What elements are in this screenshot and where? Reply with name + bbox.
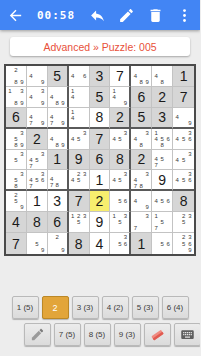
cell-r6c3[interactable]: 478 bbox=[48, 170, 69, 191]
digit-button-5[interactable]: 5 (3) bbox=[132, 296, 159, 319]
cell-r5c4[interactable]: 9 bbox=[69, 150, 90, 171]
sudoku-app: 00:58 Advanced » Puzzle: 005 28949546374… bbox=[0, 0, 200, 356]
toolbar-actions bbox=[89, 7, 193, 24]
pencil-marks-r6c2: 34567 bbox=[27, 170, 47, 189]
cell-r7c8[interactable]: 456 bbox=[152, 191, 173, 212]
back-arrow-icon[interactable] bbox=[7, 7, 24, 24]
pencil-marks-r9c3: 29 bbox=[48, 233, 67, 254]
cell-r8c7[interactable]: 37 bbox=[131, 212, 152, 233]
cell-r9c7[interactable]: 1 bbox=[131, 233, 152, 254]
cell-r4c8[interactable]: 14568 bbox=[152, 129, 173, 150]
cell-r4c3[interactable]: 489 bbox=[48, 129, 69, 150]
cell-r3c7[interactable]: 5 bbox=[131, 108, 152, 129]
cell-r9c6[interactable]: 356 bbox=[110, 233, 131, 254]
cell-r3c9[interactable]: 49 bbox=[173, 108, 194, 129]
kebab-menu-icon[interactable] bbox=[176, 7, 193, 24]
cell-r1c8[interactable]: 48 bbox=[152, 66, 173, 87]
cell-r4c9[interactable]: 3456 bbox=[173, 129, 194, 150]
cell-r1c1[interactable]: 289 bbox=[6, 66, 27, 87]
pencil-marks-r6c6: 345 bbox=[110, 170, 129, 189]
pencil-marks-r9c8: 56 bbox=[152, 233, 172, 254]
cell-r5c3[interactable]: 1 bbox=[48, 150, 69, 171]
cell-r9c2[interactable]: 59 bbox=[27, 233, 48, 254]
cell-r5c2[interactable]: 3457 bbox=[27, 150, 48, 171]
pencil-icon[interactable] bbox=[118, 7, 135, 24]
cell-r3c5[interactable]: 8 bbox=[90, 108, 111, 129]
cell-r4c5[interactable]: 7 bbox=[90, 129, 111, 150]
cell-r3c4[interactable]: 14 bbox=[69, 108, 90, 129]
pencil-marks-r1c7: 489 bbox=[131, 66, 151, 86]
cell-r7c3[interactable]: 3 bbox=[48, 191, 69, 212]
cell-r7c2[interactable]: 1 bbox=[27, 191, 48, 212]
pencil-marks-r8c4: 1235 bbox=[69, 212, 89, 232]
cell-r2c3[interactable]: 489 bbox=[48, 87, 69, 108]
digit-button-8[interactable]: 8 (5) bbox=[84, 323, 111, 346]
pencil-marks-r9c9: 23569 bbox=[173, 233, 194, 254]
pencil-marks-r5c9: 345 bbox=[173, 150, 194, 170]
pencil-mode-icon bbox=[30, 327, 45, 342]
cell-r6c7[interactable]: 3478 bbox=[131, 170, 152, 191]
cell-r8c5[interactable]: 9 bbox=[90, 212, 111, 233]
cell-r9c5[interactable]: 4 bbox=[90, 233, 111, 254]
cell-r8c9[interactable]: 235 bbox=[173, 212, 194, 233]
pencil-marks-r2c4: 14 bbox=[69, 87, 89, 107]
cell-r4c7[interactable]: 348 bbox=[131, 129, 152, 150]
digit-button-3[interactable]: 3 (3) bbox=[72, 296, 99, 319]
pencil-marks-r6c4: 2345 bbox=[69, 170, 89, 189]
cell-r1c5[interactable]: 3 bbox=[90, 66, 111, 87]
pencil-marks-r7c7: 49 bbox=[131, 191, 151, 211]
cell-r2c7[interactable]: 6 bbox=[131, 87, 152, 108]
keyboard-icon bbox=[180, 327, 195, 342]
pencil-marks-r3c9: 49 bbox=[173, 108, 194, 127]
cell-r7c6[interactable]: 56 bbox=[110, 191, 131, 212]
pencil-marks-r2c6: 149 bbox=[110, 87, 129, 107]
pencil-marks-r8c6: 135 bbox=[110, 212, 129, 232]
sudoku-board: 2894954637489481138934948914514962764794… bbox=[4, 64, 196, 256]
pencil-marks-r4c8: 14568 bbox=[152, 129, 172, 149]
cell-r9c3[interactable]: 29 bbox=[48, 233, 69, 254]
pencil-marks-r1c4: 46 bbox=[69, 66, 89, 86]
digit-keypad: 1 (5)23 (3)4 (2)5 (3)6 (4) 7 (5)8 (5)9 (… bbox=[0, 296, 200, 346]
cell-r3c1[interactable]: 6 bbox=[6, 108, 27, 129]
cell-r3c6[interactable]: 2 bbox=[110, 108, 131, 129]
puzzle-title: Advanced » Puzzle: 005 bbox=[43, 41, 156, 53]
cell-r5c5[interactable]: 6 bbox=[90, 150, 111, 171]
pencil-marks-r3c4: 14 bbox=[69, 108, 89, 127]
cell-r4c1[interactable]: 3589 bbox=[6, 129, 27, 150]
title-strip: Advanced » Puzzle: 005 bbox=[0, 30, 200, 56]
cell-r9c9[interactable]: 23569 bbox=[173, 233, 194, 254]
cell-r2c2[interactable]: 349 bbox=[27, 87, 48, 108]
pencil-marks-r3c2: 479 bbox=[27, 108, 47, 127]
cell-r8c4[interactable]: 1235 bbox=[69, 212, 90, 233]
digit-button-7[interactable]: 7 (5) bbox=[54, 323, 81, 346]
pencil-mode-button[interactable] bbox=[24, 323, 51, 346]
pencil-marks-r8c9: 235 bbox=[173, 212, 194, 232]
cell-r9c1[interactable]: 7 bbox=[6, 233, 27, 254]
cell-r5c1[interactable]: 35 bbox=[6, 150, 27, 171]
cell-r1c3[interactable]: 5 bbox=[48, 66, 69, 87]
puzzle-title-button[interactable]: Advanced » Puzzle: 005 bbox=[10, 37, 190, 56]
cell-r2c8[interactable]: 2 bbox=[152, 87, 173, 108]
pencil-marks-r6c1: 358 bbox=[6, 170, 26, 189]
cell-r4c6[interactable]: 345 bbox=[110, 129, 131, 150]
cell-r4c4[interactable]: 345 bbox=[69, 129, 90, 150]
pencil-marks-r1c8: 48 bbox=[152, 66, 172, 86]
pencil-marks-r5c8: 457 bbox=[152, 150, 172, 170]
digit-button-2[interactable]: 2 bbox=[42, 296, 69, 319]
keyboard-button[interactable] bbox=[174, 323, 201, 346]
cell-r7c5[interactable]: 2 bbox=[90, 191, 111, 212]
cell-r2c6[interactable]: 149 bbox=[110, 87, 131, 108]
pencil-marks-r4c1: 3589 bbox=[6, 129, 26, 149]
top-toolbar: 00:58 bbox=[0, 0, 200, 30]
pencil-marks-r7c8: 456 bbox=[152, 191, 172, 211]
cell-r3c3[interactable]: 479 bbox=[48, 108, 69, 129]
cell-r8c2[interactable]: 8 bbox=[27, 212, 48, 233]
pencil-marks-r1c2: 49 bbox=[27, 66, 47, 86]
digit-button-6[interactable]: 6 (4) bbox=[162, 296, 189, 319]
pencil-marks-r5c1: 35 bbox=[6, 150, 26, 170]
cell-r7c1[interactable]: 259 bbox=[6, 191, 27, 212]
cell-r1c2[interactable]: 49 bbox=[27, 66, 48, 87]
cell-r6c8[interactable]: 9 bbox=[152, 170, 173, 191]
cell-r1c6[interactable]: 7 bbox=[110, 66, 131, 87]
cell-r2c4[interactable]: 14 bbox=[69, 87, 90, 108]
pencil-marks-r9c6: 356 bbox=[110, 233, 129, 254]
pencil-marks-r9c2: 59 bbox=[27, 233, 47, 254]
pencil-marks-r5c2: 3457 bbox=[27, 150, 47, 170]
pencil-marks-r4c6: 345 bbox=[110, 129, 129, 149]
digit-button-9[interactable]: 9 (3) bbox=[114, 323, 141, 346]
cell-r5c9[interactable]: 345 bbox=[173, 150, 194, 171]
pencil-marks-r2c1: 1389 bbox=[6, 87, 26, 107]
eraser-icon bbox=[150, 327, 165, 342]
cell-r5c8[interactable]: 457 bbox=[152, 150, 173, 171]
digit-button-1[interactable]: 1 (5) bbox=[12, 296, 39, 319]
pencil-marks-r1c1: 289 bbox=[6, 66, 26, 86]
cell-r2c5[interactable]: 5 bbox=[90, 87, 111, 108]
cell-r9c4[interactable]: 8 bbox=[69, 233, 90, 254]
pencil-marks-r3c3: 479 bbox=[48, 108, 67, 127]
pencil-marks-r6c7: 3478 bbox=[131, 170, 151, 189]
pencil-marks-r7c1: 259 bbox=[6, 191, 26, 211]
cell-r9c8[interactable]: 56 bbox=[152, 233, 173, 254]
cell-r7c7[interactable]: 49 bbox=[131, 191, 152, 212]
pencil-marks-r8c7: 37 bbox=[131, 212, 151, 232]
digit-button-4[interactable]: 4 (2) bbox=[102, 296, 129, 319]
cell-r1c7[interactable]: 489 bbox=[131, 66, 152, 87]
cell-r5c7[interactable]: 2 bbox=[131, 150, 152, 171]
cell-r6c9[interactable]: 3456 bbox=[173, 170, 194, 191]
pencil-marks-r4c9: 3456 bbox=[173, 129, 194, 149]
timer: 00:58 bbox=[37, 9, 75, 22]
cell-r6c1[interactable]: 358 bbox=[6, 170, 27, 191]
undo-icon[interactable] bbox=[89, 7, 106, 24]
cell-r7c4[interactable]: 7 bbox=[69, 191, 90, 212]
cell-r4c2[interactable]: 2 bbox=[27, 129, 48, 150]
cell-r3c2[interactable]: 479 bbox=[27, 108, 48, 129]
pencil-marks-r4c7: 348 bbox=[131, 129, 151, 149]
cell-r8c3[interactable]: 6 bbox=[48, 212, 69, 233]
keypad-row-2: 7 (5)8 (5)9 (3) bbox=[12, 323, 200, 346]
cell-r6c5[interactable]: 1 bbox=[90, 170, 111, 191]
pencil-marks-r6c3: 478 bbox=[48, 170, 67, 189]
cell-r6c4[interactable]: 2345 bbox=[69, 170, 90, 191]
keypad-row-1: 1 (5)23 (3)4 (2)5 (3)6 (4) bbox=[0, 296, 200, 319]
cell-r7c9[interactable]: 8 bbox=[173, 191, 194, 212]
pencil-marks-r4c4: 345 bbox=[69, 129, 89, 149]
cell-r8c6[interactable]: 135 bbox=[110, 212, 131, 233]
eraser-button[interactable] bbox=[144, 323, 171, 346]
cell-r2c1[interactable]: 1389 bbox=[6, 87, 27, 108]
cell-r1c4[interactable]: 46 bbox=[69, 66, 90, 87]
cell-r1c9[interactable]: 1 bbox=[173, 66, 194, 87]
pencil-marks-r8c8: 157 bbox=[152, 212, 172, 232]
pencil-marks-r2c3: 489 bbox=[48, 87, 67, 107]
cell-r8c1[interactable]: 4 bbox=[6, 212, 27, 233]
cell-r8c8[interactable]: 157 bbox=[152, 212, 173, 233]
cell-r5c6[interactable]: 8 bbox=[110, 150, 131, 171]
pencil-marks-r7c6: 56 bbox=[110, 191, 129, 211]
pencil-marks-r6c9: 3456 bbox=[173, 170, 194, 189]
cell-r6c6[interactable]: 345 bbox=[110, 170, 131, 191]
pencil-marks-r4c3: 489 bbox=[48, 129, 67, 149]
trash-icon[interactable] bbox=[147, 7, 164, 24]
cell-r6c2[interactable]: 34567 bbox=[27, 170, 48, 191]
cell-r3c8[interactable]: 3 bbox=[152, 108, 173, 129]
cell-r2c9[interactable]: 7 bbox=[173, 87, 194, 108]
pencil-marks-r2c2: 349 bbox=[27, 87, 47, 107]
